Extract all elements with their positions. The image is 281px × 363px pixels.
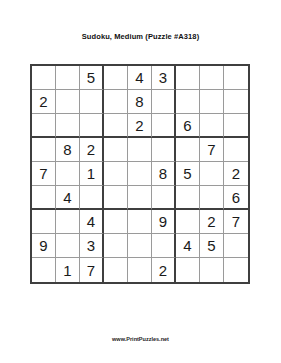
- sudoku-print-page: Sudoku, Medium (Puzzle #A318) 5432826827…: [0, 0, 281, 363]
- sudoku-board: 5432826827718524649279345172: [30, 64, 250, 284]
- sudoku-given-cell: 2: [224, 162, 248, 186]
- sudoku-empty-cell: [32, 66, 56, 90]
- sudoku-given-cell: 3: [80, 234, 104, 258]
- sudoku-empty-cell: [224, 258, 248, 282]
- sudoku-given-cell: 1: [56, 258, 80, 282]
- sudoku-given-cell: 8: [56, 138, 80, 162]
- sudoku-empty-cell: [176, 66, 200, 90]
- sudoku-given-cell: 8: [152, 162, 176, 186]
- sudoku-empty-cell: [200, 114, 224, 138]
- sudoku-empty-cell: [200, 66, 224, 90]
- sudoku-empty-cell: [128, 162, 152, 186]
- sudoku-empty-cell: [200, 186, 224, 210]
- sudoku-empty-cell: [56, 162, 80, 186]
- sudoku-given-cell: 6: [176, 114, 200, 138]
- sudoku-empty-cell: [128, 258, 152, 282]
- sudoku-empty-cell: [56, 114, 80, 138]
- sudoku-given-cell: 2: [128, 114, 152, 138]
- sudoku-empty-cell: [32, 138, 56, 162]
- sudoku-empty-cell: [176, 258, 200, 282]
- footer-url: www.PrintPuzzles.net: [11, 336, 270, 342]
- sudoku-empty-cell: [152, 114, 176, 138]
- sudoku-empty-cell: [224, 90, 248, 114]
- sudoku-given-cell: 2: [152, 258, 176, 282]
- sudoku-empty-cell: [224, 234, 248, 258]
- sudoku-given-cell: 5: [200, 234, 224, 258]
- sudoku-empty-cell: [56, 210, 80, 234]
- sudoku-given-cell: 8: [128, 90, 152, 114]
- sudoku-empty-cell: [104, 90, 128, 114]
- sudoku-empty-cell: [104, 210, 128, 234]
- sudoku-empty-cell: [104, 186, 128, 210]
- sudoku-empty-cell: [152, 90, 176, 114]
- sudoku-empty-cell: [104, 234, 128, 258]
- sudoku-empty-cell: [152, 138, 176, 162]
- sudoku-given-cell: 2: [32, 90, 56, 114]
- sudoku-given-cell: 9: [152, 210, 176, 234]
- sudoku-empty-cell: [128, 210, 152, 234]
- sudoku-empty-cell: [152, 234, 176, 258]
- sudoku-empty-cell: [56, 66, 80, 90]
- sudoku-empty-cell: [104, 66, 128, 90]
- sudoku-empty-cell: [80, 186, 104, 210]
- sudoku-empty-cell: [224, 138, 248, 162]
- sudoku-empty-cell: [128, 138, 152, 162]
- sudoku-empty-cell: [200, 162, 224, 186]
- sudoku-empty-cell: [32, 210, 56, 234]
- sudoku-empty-cell: [224, 66, 248, 90]
- sudoku-empty-cell: [104, 138, 128, 162]
- sudoku-given-cell: 7: [32, 162, 56, 186]
- sudoku-given-cell: 5: [80, 66, 104, 90]
- sudoku-empty-cell: [152, 186, 176, 210]
- sudoku-empty-cell: [32, 186, 56, 210]
- sudoku-empty-cell: [224, 114, 248, 138]
- sudoku-empty-cell: [128, 186, 152, 210]
- sudoku-empty-cell: [32, 258, 56, 282]
- sudoku-empty-cell: [176, 210, 200, 234]
- sudoku-empty-cell: [200, 90, 224, 114]
- page-title: Sudoku, Medium (Puzzle #A318): [0, 32, 281, 41]
- sudoku-given-cell: 4: [80, 210, 104, 234]
- sudoku-empty-cell: [176, 138, 200, 162]
- sudoku-given-cell: 5: [176, 162, 200, 186]
- sudoku-given-cell: 4: [56, 186, 80, 210]
- sudoku-given-cell: 2: [80, 138, 104, 162]
- sudoku-given-cell: 6: [224, 186, 248, 210]
- sudoku-empty-cell: [104, 258, 128, 282]
- sudoku-given-cell: 3: [152, 66, 176, 90]
- sudoku-empty-cell: [176, 90, 200, 114]
- sudoku-empty-cell: [32, 114, 56, 138]
- sudoku-given-cell: 2: [200, 210, 224, 234]
- sudoku-given-cell: 1: [80, 162, 104, 186]
- sudoku-given-cell: 9: [32, 234, 56, 258]
- sudoku-given-cell: 7: [200, 138, 224, 162]
- sudoku-empty-cell: [80, 114, 104, 138]
- sudoku-empty-cell: [200, 258, 224, 282]
- sudoku-empty-cell: [56, 90, 80, 114]
- sudoku-empty-cell: [56, 234, 80, 258]
- sudoku-empty-cell: [104, 114, 128, 138]
- sudoku-empty-cell: [80, 90, 104, 114]
- sudoku-given-cell: 4: [128, 66, 152, 90]
- sudoku-empty-cell: [176, 186, 200, 210]
- sudoku-given-cell: 7: [224, 210, 248, 234]
- sudoku-given-cell: 7: [80, 258, 104, 282]
- sudoku-given-cell: 4: [176, 234, 200, 258]
- sudoku-empty-cell: [128, 234, 152, 258]
- sudoku-empty-cell: [104, 162, 128, 186]
